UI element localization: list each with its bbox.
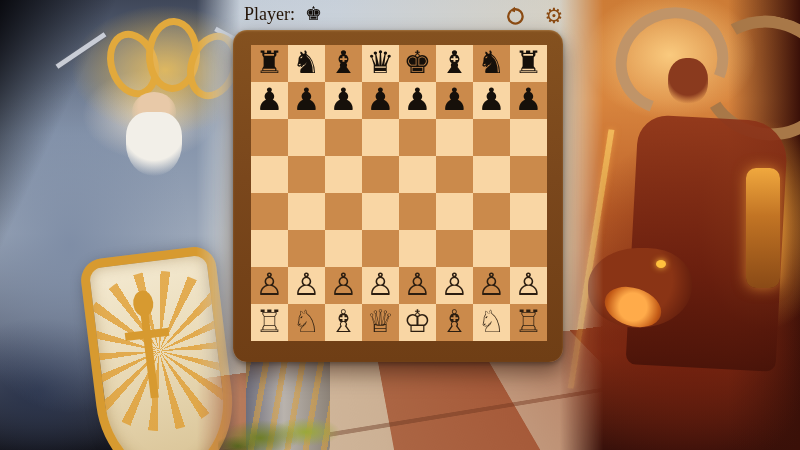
square-a2[interactable]: ♙ [251, 267, 288, 304]
square-d2[interactable]: ♙ [362, 267, 399, 304]
piece-white-pawn: ♙ [367, 266, 395, 303]
glowing-totem [746, 168, 780, 288]
piece-white-bishop: ♗ [330, 303, 358, 340]
square-h6[interactable] [510, 119, 547, 156]
square-g7[interactable]: ♟ [473, 82, 510, 119]
square-g1[interactable]: ♘ [473, 304, 510, 341]
square-b6[interactable] [288, 119, 325, 156]
paladin-artwork [0, 0, 240, 450]
square-d8[interactable]: ♛ [362, 45, 399, 82]
square-c3[interactable] [325, 230, 362, 267]
paladin-beard [126, 112, 182, 176]
piece-white-knight: ♘ [478, 303, 506, 340]
piece-black-knight: ♞ [478, 44, 506, 81]
square-b7[interactable]: ♟ [288, 82, 325, 119]
player-color-king-icon: ♚ [305, 2, 322, 24]
square-h4[interactable] [510, 193, 547, 230]
piece-white-rook: ♖ [515, 303, 543, 340]
piece-black-pawn: ♟ [441, 81, 469, 118]
demon-face [668, 58, 708, 104]
undo-icon[interactable] [502, 4, 526, 28]
square-f8[interactable]: ♝ [436, 45, 473, 82]
square-c4[interactable] [325, 193, 362, 230]
square-f4[interactable] [436, 193, 473, 230]
demon-artwork [560, 0, 800, 450]
square-a6[interactable] [251, 119, 288, 156]
grass-tuft [218, 402, 348, 450]
square-h1[interactable]: ♖ [510, 304, 547, 341]
square-e3[interactable] [399, 230, 436, 267]
square-e1[interactable]: ♔ [399, 304, 436, 341]
square-c8[interactable]: ♝ [325, 45, 362, 82]
piece-black-rook: ♜ [256, 44, 284, 81]
square-f2[interactable]: ♙ [436, 267, 473, 304]
piece-white-pawn: ♙ [478, 266, 506, 303]
square-f3[interactable] [436, 230, 473, 267]
square-a7[interactable]: ♟ [251, 82, 288, 119]
square-f7[interactable]: ♟ [436, 82, 473, 119]
piece-black-knight: ♞ [293, 44, 321, 81]
square-b8[interactable]: ♞ [288, 45, 325, 82]
square-e4[interactable] [399, 193, 436, 230]
board-grid: ♜♞♝♛♚♝♞♜♟♟♟♟♟♟♟♟♙♙♙♙♙♙♙♙♖♘♗♕♔♗♘♖ [251, 45, 547, 341]
piece-white-pawn: ♙ [441, 266, 469, 303]
halo-arrow-decoration [56, 32, 107, 69]
square-e2[interactable]: ♙ [399, 267, 436, 304]
player-label: Player: [244, 4, 295, 25]
piece-black-bishop: ♝ [441, 44, 469, 81]
square-c6[interactable] [325, 119, 362, 156]
piece-white-pawn: ♙ [330, 266, 358, 303]
square-e6[interactable] [399, 119, 436, 156]
piece-black-pawn: ♟ [515, 81, 543, 118]
square-h3[interactable] [510, 230, 547, 267]
piece-black-bishop: ♝ [330, 44, 358, 81]
square-f1[interactable]: ♗ [436, 304, 473, 341]
chess-board: ♜♞♝♛♚♝♞♜♟♟♟♟♟♟♟♟♙♙♙♙♙♙♙♙♖♘♗♕♔♗♘♖ [233, 30, 563, 362]
piece-black-king: ♚ [404, 44, 432, 81]
square-d1[interactable]: ♕ [362, 304, 399, 341]
square-a4[interactable] [251, 193, 288, 230]
piece-black-pawn: ♟ [293, 81, 321, 118]
square-d5[interactable] [362, 156, 399, 193]
piece-white-queen: ♕ [367, 303, 395, 340]
piece-black-pawn: ♟ [256, 81, 284, 118]
counterclockwise-arrow-icon [504, 6, 525, 27]
square-f6[interactable] [436, 119, 473, 156]
square-a3[interactable] [251, 230, 288, 267]
square-g3[interactable] [473, 230, 510, 267]
square-h2[interactable]: ♙ [510, 267, 547, 304]
square-e7[interactable]: ♟ [399, 82, 436, 119]
piece-white-rook: ♖ [256, 303, 284, 340]
hellhound-eye [656, 260, 666, 268]
square-b4[interactable] [288, 193, 325, 230]
piece-black-rook: ♜ [515, 44, 543, 81]
square-g4[interactable] [473, 193, 510, 230]
piece-white-knight: ♘ [293, 303, 321, 340]
piece-black-queen: ♛ [367, 44, 395, 81]
square-b3[interactable] [288, 230, 325, 267]
piece-black-pawn: ♟ [478, 81, 506, 118]
piece-white-bishop: ♗ [441, 303, 469, 340]
square-h5[interactable] [510, 156, 547, 193]
square-d3[interactable] [362, 230, 399, 267]
settings-gear-icon[interactable]: ⚙ [542, 4, 566, 28]
square-a8[interactable]: ♜ [251, 45, 288, 82]
paladin-shield [79, 245, 242, 450]
square-c7[interactable]: ♟ [325, 82, 362, 119]
piece-white-pawn: ♙ [515, 266, 543, 303]
square-a5[interactable] [251, 156, 288, 193]
square-b5[interactable] [288, 156, 325, 193]
square-c1[interactable]: ♗ [325, 304, 362, 341]
square-d6[interactable] [362, 119, 399, 156]
piece-black-pawn: ♟ [330, 81, 358, 118]
square-c2[interactable]: ♙ [325, 267, 362, 304]
square-a1[interactable]: ♖ [251, 304, 288, 341]
square-f5[interactable] [436, 156, 473, 193]
piece-white-king: ♔ [404, 303, 432, 340]
square-d4[interactable] [362, 193, 399, 230]
square-g2[interactable]: ♙ [473, 267, 510, 304]
square-g6[interactable] [473, 119, 510, 156]
piece-white-pawn: ♙ [256, 266, 284, 303]
piece-white-pawn: ♙ [293, 266, 321, 303]
piece-white-pawn: ♙ [404, 266, 432, 303]
square-e8[interactable]: ♚ [399, 45, 436, 82]
square-g8[interactable]: ♞ [473, 45, 510, 82]
square-c5[interactable] [325, 156, 362, 193]
square-b2[interactable]: ♙ [288, 267, 325, 304]
game-screen: ♜♞♝♛♚♝♞♜♟♟♟♟♟♟♟♟♙♙♙♙♙♙♙♙♖♘♗♕♔♗♘♖ Player:… [0, 0, 800, 450]
square-b1[interactable]: ♘ [288, 304, 325, 341]
square-d7[interactable]: ♟ [362, 82, 399, 119]
square-h8[interactable]: ♜ [510, 45, 547, 82]
square-e5[interactable] [399, 156, 436, 193]
piece-black-pawn: ♟ [404, 81, 432, 118]
piece-black-pawn: ♟ [367, 81, 395, 118]
square-g5[interactable] [473, 156, 510, 193]
square-h7[interactable]: ♟ [510, 82, 547, 119]
